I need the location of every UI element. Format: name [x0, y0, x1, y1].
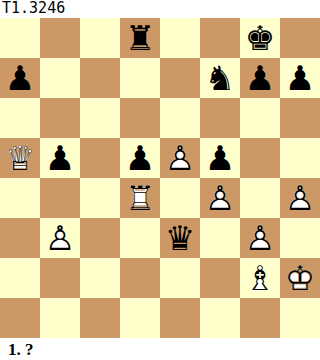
- title-bar: T1.3246: [0, 0, 320, 18]
- square-c4[interactable]: [80, 178, 120, 218]
- square-a1[interactable]: [0, 298, 40, 338]
- square-h7[interactable]: ♟: [280, 58, 320, 98]
- square-f4[interactable]: ♟♙: [200, 178, 240, 218]
- black-piece-glyph: ♟: [120, 138, 160, 178]
- square-f6[interactable]: [200, 98, 240, 138]
- square-g8[interactable]: ♚: [240, 18, 280, 58]
- black-piece-glyph: ♟: [0, 58, 40, 98]
- white-bishop-piece[interactable]: ♝♗: [240, 258, 280, 298]
- move-bar: 1. ?: [0, 338, 320, 360]
- black-king-piece[interactable]: ♚: [240, 18, 280, 58]
- square-b7[interactable]: [40, 58, 80, 98]
- square-h1[interactable]: [280, 298, 320, 338]
- square-a6[interactable]: [0, 98, 40, 138]
- black-piece-glyph: ♟: [280, 58, 320, 98]
- square-h8[interactable]: [280, 18, 320, 58]
- square-b2[interactable]: [40, 258, 80, 298]
- black-pawn-piece[interactable]: ♟: [40, 138, 80, 178]
- white-pawn-piece[interactable]: ♟♙: [160, 138, 200, 178]
- square-g7[interactable]: ♟: [240, 58, 280, 98]
- chess-diagram-page: T1.3246 ♜♚♟♞♟♟♛♕♟♟♟♙♟♜♖♟♙♟♙♟♙♛♟♙♝♗♚♔ 1. …: [0, 0, 320, 360]
- square-c8[interactable]: [80, 18, 120, 58]
- black-pawn-piece[interactable]: ♟: [200, 138, 240, 178]
- square-a8[interactable]: [0, 18, 40, 58]
- black-piece-glyph: ♞: [200, 58, 240, 98]
- square-b5[interactable]: ♟: [40, 138, 80, 178]
- square-e5[interactable]: ♟♙: [160, 138, 200, 178]
- square-e6[interactable]: [160, 98, 200, 138]
- square-e3[interactable]: ♛: [160, 218, 200, 258]
- square-b3[interactable]: ♟♙: [40, 218, 80, 258]
- chess-board: ♜♚♟♞♟♟♛♕♟♟♟♙♟♜♖♟♙♟♙♟♙♛♟♙♝♗♚♔: [0, 18, 320, 338]
- black-piece-glyph: ♜: [120, 18, 160, 58]
- square-b4[interactable]: [40, 178, 80, 218]
- square-b8[interactable]: [40, 18, 80, 58]
- square-g1[interactable]: [240, 298, 280, 338]
- square-e7[interactable]: [160, 58, 200, 98]
- black-pawn-piece[interactable]: ♟: [120, 138, 160, 178]
- square-h5[interactable]: [280, 138, 320, 178]
- square-a2[interactable]: [0, 258, 40, 298]
- square-d4[interactable]: ♜♖: [120, 178, 160, 218]
- black-piece-glyph: ♟: [40, 138, 80, 178]
- square-e2[interactable]: [160, 258, 200, 298]
- white-queen-piece[interactable]: ♛♕: [0, 138, 40, 178]
- square-d3[interactable]: [120, 218, 160, 258]
- square-f1[interactable]: [200, 298, 240, 338]
- square-b1[interactable]: [40, 298, 80, 338]
- white-piece-outline: ♙: [40, 218, 80, 258]
- square-g5[interactable]: [240, 138, 280, 178]
- white-piece-outline: ♔: [280, 258, 320, 298]
- square-a3[interactable]: [0, 218, 40, 258]
- square-f8[interactable]: [200, 18, 240, 58]
- square-b6[interactable]: [40, 98, 80, 138]
- square-c3[interactable]: [80, 218, 120, 258]
- square-e1[interactable]: [160, 298, 200, 338]
- black-pawn-piece[interactable]: ♟: [280, 58, 320, 98]
- puzzle-id: T1.3246: [0, 0, 65, 17]
- white-piece-outline: ♙: [240, 218, 280, 258]
- square-f5[interactable]: ♟: [200, 138, 240, 178]
- black-piece-glyph: ♟: [200, 138, 240, 178]
- square-g4[interactable]: [240, 178, 280, 218]
- square-f7[interactable]: ♞: [200, 58, 240, 98]
- square-h3[interactable]: [280, 218, 320, 258]
- white-pawn-piece[interactable]: ♟♙: [280, 178, 320, 218]
- square-d8[interactable]: ♜: [120, 18, 160, 58]
- white-pawn-piece[interactable]: ♟♙: [200, 178, 240, 218]
- square-h4[interactable]: ♟♙: [280, 178, 320, 218]
- square-a5[interactable]: ♛♕: [0, 138, 40, 178]
- white-piece-outline: ♗: [240, 258, 280, 298]
- white-rook-piece[interactable]: ♜♖: [120, 178, 160, 218]
- square-g6[interactable]: [240, 98, 280, 138]
- square-c5[interactable]: [80, 138, 120, 178]
- black-rook-piece[interactable]: ♜: [120, 18, 160, 58]
- white-piece-outline: ♙: [160, 138, 200, 178]
- move-prompt: 1. ?: [0, 338, 34, 360]
- square-d2[interactable]: [120, 258, 160, 298]
- square-d7[interactable]: [120, 58, 160, 98]
- white-pawn-piece[interactable]: ♟♙: [240, 218, 280, 258]
- black-piece-glyph: ♚: [240, 18, 280, 58]
- black-knight-piece[interactable]: ♞: [200, 58, 240, 98]
- black-piece-glyph: ♛: [160, 218, 200, 258]
- white-king-piece[interactable]: ♚♔: [280, 258, 320, 298]
- black-queen-piece[interactable]: ♛: [160, 218, 200, 258]
- square-d1[interactable]: [120, 298, 160, 338]
- black-pawn-piece[interactable]: ♟: [240, 58, 280, 98]
- square-f2[interactable]: [200, 258, 240, 298]
- square-c2[interactable]: [80, 258, 120, 298]
- white-pawn-piece[interactable]: ♟♙: [40, 218, 80, 258]
- white-piece-outline: ♙: [280, 178, 320, 218]
- square-d6[interactable]: [120, 98, 160, 138]
- square-g3[interactable]: ♟♙: [240, 218, 280, 258]
- square-a4[interactable]: [0, 178, 40, 218]
- square-a7[interactable]: ♟: [0, 58, 40, 98]
- square-h2[interactable]: ♚♔: [280, 258, 320, 298]
- square-h6[interactable]: [280, 98, 320, 138]
- white-piece-outline: ♕: [0, 138, 40, 178]
- white-piece-outline: ♙: [200, 178, 240, 218]
- square-d5[interactable]: ♟: [120, 138, 160, 178]
- square-c7[interactable]: [80, 58, 120, 98]
- square-g2[interactable]: ♝♗: [240, 258, 280, 298]
- square-e8[interactable]: [160, 18, 200, 58]
- black-pawn-piece[interactable]: ♟: [0, 58, 40, 98]
- square-f3[interactable]: [200, 218, 240, 258]
- black-piece-glyph: ♟: [240, 58, 280, 98]
- white-piece-outline: ♖: [120, 178, 160, 218]
- square-c1[interactable]: [80, 298, 120, 338]
- square-e4[interactable]: [160, 178, 200, 218]
- square-c6[interactable]: [80, 98, 120, 138]
